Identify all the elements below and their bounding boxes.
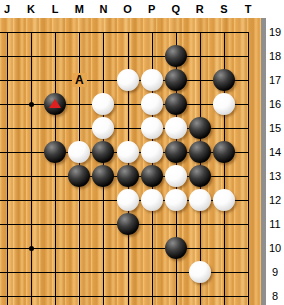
stone-white-o17 bbox=[117, 69, 139, 91]
column-label-p: P bbox=[144, 1, 160, 17]
stone-black-p13 bbox=[141, 165, 163, 187]
go-board[interactable]: A bbox=[0, 18, 261, 305]
grid-hline-19 bbox=[0, 32, 249, 33]
grid-hline-16 bbox=[0, 104, 249, 105]
row-label-11: 11 bbox=[266, 217, 284, 231]
row-label-18: 18 bbox=[266, 49, 284, 63]
triangle-marker-l16 bbox=[49, 99, 61, 108]
stone-white-p12 bbox=[141, 189, 163, 211]
row-label-14: 14 bbox=[266, 145, 284, 159]
star-point-k10 bbox=[29, 246, 34, 251]
stone-white-p15 bbox=[141, 117, 163, 139]
row-label-13: 13 bbox=[266, 169, 284, 183]
row-label-9: 9 bbox=[266, 265, 284, 279]
go-diagram-screen: JKLMNOPQRST A 1918171615141312111098 bbox=[0, 0, 284, 305]
stone-black-l14 bbox=[44, 141, 66, 163]
stone-black-r15 bbox=[189, 117, 211, 139]
stone-white-s12 bbox=[213, 189, 235, 211]
row-label-15: 15 bbox=[266, 121, 284, 135]
stone-white-p14 bbox=[141, 141, 163, 163]
grid-hline-8 bbox=[0, 296, 249, 297]
column-label-r: R bbox=[192, 1, 208, 17]
grid-hline-10 bbox=[0, 248, 249, 249]
grid-vline-j bbox=[7, 32, 8, 305]
column-label-o: O bbox=[120, 1, 136, 17]
column-label-k: K bbox=[23, 1, 39, 17]
row-label-12: 12 bbox=[266, 193, 284, 207]
row-labels: 1918171615141312111098 bbox=[266, 18, 284, 305]
row-label-8: 8 bbox=[266, 289, 284, 303]
row-label-17: 17 bbox=[266, 73, 284, 87]
stone-black-s17 bbox=[213, 69, 235, 91]
stone-black-r14 bbox=[189, 141, 211, 163]
column-label-m: M bbox=[71, 1, 87, 17]
grid-hline-18 bbox=[0, 56, 249, 57]
column-label-q: Q bbox=[168, 1, 184, 17]
stone-white-n15 bbox=[92, 117, 114, 139]
stone-white-s16 bbox=[213, 93, 235, 115]
stone-black-r13 bbox=[189, 165, 211, 187]
stone-black-m13 bbox=[68, 165, 90, 187]
stone-white-q12 bbox=[165, 189, 187, 211]
stone-white-m14 bbox=[68, 141, 90, 163]
stone-black-q14 bbox=[165, 141, 187, 163]
board-label-a: A bbox=[72, 73, 87, 87]
stone-black-q10 bbox=[165, 237, 187, 259]
column-labels: JKLMNOPQRST bbox=[0, 0, 284, 18]
stone-black-o13 bbox=[117, 165, 139, 187]
star-point-k16 bbox=[29, 102, 34, 107]
row-label-16: 16 bbox=[266, 97, 284, 111]
stone-white-o12 bbox=[117, 189, 139, 211]
stone-black-q18 bbox=[165, 45, 187, 67]
grid-hline-15 bbox=[0, 128, 249, 129]
stone-white-p17 bbox=[141, 69, 163, 91]
stone-black-n13 bbox=[92, 165, 114, 187]
column-label-t: T bbox=[240, 1, 256, 17]
column-label-s: S bbox=[216, 1, 232, 17]
stone-black-o11 bbox=[117, 213, 139, 235]
grid-hline-9 bbox=[0, 272, 249, 273]
column-label-l: L bbox=[47, 1, 63, 17]
stone-white-p16 bbox=[141, 93, 163, 115]
stone-black-n14 bbox=[92, 141, 114, 163]
stone-black-q16 bbox=[165, 93, 187, 115]
stone-black-s14 bbox=[213, 141, 235, 163]
stone-white-r12 bbox=[189, 189, 211, 211]
grid-vline-t bbox=[248, 32, 249, 305]
column-label-n: N bbox=[95, 1, 111, 17]
stone-white-q13 bbox=[165, 165, 187, 187]
grid-vline-k bbox=[31, 32, 32, 305]
stone-white-r9 bbox=[189, 261, 211, 283]
stone-white-n16 bbox=[92, 93, 114, 115]
stone-white-q15 bbox=[165, 117, 187, 139]
row-label-10: 10 bbox=[266, 241, 284, 255]
row-label-19: 19 bbox=[266, 25, 284, 39]
stone-black-q17 bbox=[165, 69, 187, 91]
stone-white-o14 bbox=[117, 141, 139, 163]
column-label-j: J bbox=[0, 1, 15, 17]
grid-vline-l bbox=[55, 32, 56, 305]
